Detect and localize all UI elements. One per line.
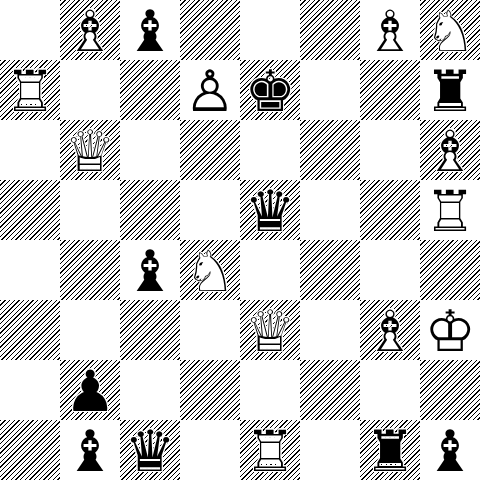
square-b5[interactable] bbox=[60, 180, 120, 240]
square-c3[interactable] bbox=[120, 300, 180, 360]
square-b2[interactable]: ♟♟ bbox=[60, 360, 120, 420]
square-e8[interactable] bbox=[240, 0, 300, 60]
square-g1[interactable]: ♜♜ bbox=[360, 420, 420, 480]
square-h4[interactable] bbox=[420, 240, 480, 300]
piece-white-rook[interactable]: ♖ bbox=[424, 181, 475, 240]
piece-white-king[interactable]: ♔ bbox=[424, 301, 475, 360]
square-e6[interactable] bbox=[240, 120, 300, 180]
square-b6[interactable]: ♛♕ bbox=[60, 120, 120, 180]
square-b3[interactable] bbox=[60, 300, 120, 360]
piece-black-queen[interactable]: ♛ bbox=[244, 181, 295, 240]
piece-white-queen[interactable]: ♕ bbox=[244, 301, 295, 360]
piece-black-pawn[interactable]: ♟ bbox=[64, 361, 115, 420]
piece-white-bishop[interactable]: ♗ bbox=[64, 1, 115, 60]
square-h5[interactable]: ♜♖ bbox=[420, 180, 480, 240]
square-a8[interactable] bbox=[0, 0, 60, 60]
square-b7[interactable] bbox=[60, 60, 120, 120]
square-e3[interactable]: ♛♕ bbox=[240, 300, 300, 360]
piece-black-rook[interactable]: ♜ bbox=[424, 61, 475, 120]
piece-black-bishop[interactable]: ♝ bbox=[124, 1, 175, 60]
chess-board: ♝♗♝♝♝♗♞♘♜♖♟♙♚♚♜♜♛♕♝♗♛♛♜♖♝♝♞♘♛♕♝♗♚♔♟♟♝♝♛♛… bbox=[0, 0, 480, 480]
square-c1[interactable]: ♛♛ bbox=[120, 420, 180, 480]
square-b4[interactable] bbox=[60, 240, 120, 300]
square-c6[interactable] bbox=[120, 120, 180, 180]
square-d6[interactable] bbox=[180, 120, 240, 180]
square-g5[interactable] bbox=[360, 180, 420, 240]
piece-white-queen[interactable]: ♕ bbox=[64, 121, 115, 180]
square-a5[interactable] bbox=[0, 180, 60, 240]
square-g4[interactable] bbox=[360, 240, 420, 300]
square-c8[interactable]: ♝♝ bbox=[120, 0, 180, 60]
square-d3[interactable] bbox=[180, 300, 240, 360]
square-d2[interactable] bbox=[180, 360, 240, 420]
piece-white-rook[interactable]: ♖ bbox=[244, 421, 295, 480]
piece-black-bishop[interactable]: ♝ bbox=[124, 241, 175, 300]
piece-white-knight[interactable]: ♘ bbox=[424, 1, 475, 60]
square-c4[interactable]: ♝♝ bbox=[120, 240, 180, 300]
square-a7[interactable]: ♜♖ bbox=[0, 60, 60, 120]
square-a1[interactable] bbox=[0, 420, 60, 480]
square-g7[interactable] bbox=[360, 60, 420, 120]
square-f2[interactable] bbox=[300, 360, 360, 420]
square-f4[interactable] bbox=[300, 240, 360, 300]
square-e2[interactable] bbox=[240, 360, 300, 420]
square-e4[interactable] bbox=[240, 240, 300, 300]
square-e5[interactable]: ♛♛ bbox=[240, 180, 300, 240]
piece-black-king[interactable]: ♚ bbox=[244, 61, 295, 120]
square-a3[interactable] bbox=[0, 300, 60, 360]
square-f8[interactable] bbox=[300, 0, 360, 60]
square-c5[interactable] bbox=[120, 180, 180, 240]
square-a6[interactable] bbox=[0, 120, 60, 180]
square-b8[interactable]: ♝♗ bbox=[60, 0, 120, 60]
square-d1[interactable] bbox=[180, 420, 240, 480]
square-g6[interactable] bbox=[360, 120, 420, 180]
piece-black-bishop[interactable]: ♝ bbox=[424, 421, 475, 480]
square-e7[interactable]: ♚♚ bbox=[240, 60, 300, 120]
square-f1[interactable] bbox=[300, 420, 360, 480]
square-c7[interactable] bbox=[120, 60, 180, 120]
square-h6[interactable]: ♝♗ bbox=[420, 120, 480, 180]
square-h7[interactable]: ♜♜ bbox=[420, 60, 480, 120]
square-d5[interactable] bbox=[180, 180, 240, 240]
square-d4[interactable]: ♞♘ bbox=[180, 240, 240, 300]
piece-white-knight[interactable]: ♘ bbox=[184, 241, 235, 300]
piece-white-pawn[interactable]: ♙ bbox=[184, 61, 235, 120]
piece-white-bishop[interactable]: ♗ bbox=[364, 1, 415, 60]
square-g8[interactable]: ♝♗ bbox=[360, 0, 420, 60]
square-d8[interactable] bbox=[180, 0, 240, 60]
square-h2[interactable] bbox=[420, 360, 480, 420]
square-f6[interactable] bbox=[300, 120, 360, 180]
square-f5[interactable] bbox=[300, 180, 360, 240]
square-a4[interactable] bbox=[0, 240, 60, 300]
square-h3[interactable]: ♚♔ bbox=[420, 300, 480, 360]
square-f3[interactable] bbox=[300, 300, 360, 360]
piece-black-bishop[interactable]: ♝ bbox=[64, 421, 115, 480]
square-e1[interactable]: ♜♖ bbox=[240, 420, 300, 480]
square-h1[interactable]: ♝♝ bbox=[420, 420, 480, 480]
square-d7[interactable]: ♟♙ bbox=[180, 60, 240, 120]
square-g2[interactable] bbox=[360, 360, 420, 420]
piece-white-rook[interactable]: ♖ bbox=[4, 61, 55, 120]
piece-black-queen[interactable]: ♛ bbox=[124, 421, 175, 480]
square-h8[interactable]: ♞♘ bbox=[420, 0, 480, 60]
square-a2[interactable] bbox=[0, 360, 60, 420]
piece-white-bishop[interactable]: ♗ bbox=[364, 301, 415, 360]
square-f7[interactable] bbox=[300, 60, 360, 120]
square-g3[interactable]: ♝♗ bbox=[360, 300, 420, 360]
piece-black-rook[interactable]: ♜ bbox=[364, 421, 415, 480]
square-c2[interactable] bbox=[120, 360, 180, 420]
square-b1[interactable]: ♝♝ bbox=[60, 420, 120, 480]
piece-white-bishop[interactable]: ♗ bbox=[424, 121, 475, 180]
